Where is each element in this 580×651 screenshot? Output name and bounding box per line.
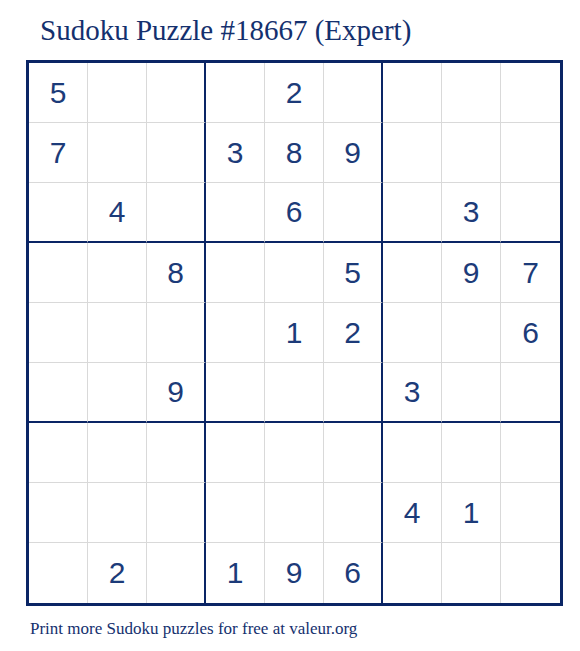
cell-r8c3[interactable] (147, 483, 206, 543)
cell-r4c7[interactable] (383, 243, 442, 303)
cell-r9c4[interactable]: 1 (206, 543, 265, 603)
cell-r5c5[interactable]: 1 (265, 303, 324, 363)
cell-r8c7[interactable]: 4 (383, 483, 442, 543)
cell-r4c5[interactable] (265, 243, 324, 303)
cell-r3c6[interactable] (324, 183, 383, 243)
cell-r8c2[interactable] (88, 483, 147, 543)
cell-r6c6[interactable] (324, 363, 383, 423)
cell-r8c6[interactable] (324, 483, 383, 543)
cell-r1c9[interactable] (501, 63, 560, 123)
cell-r5c7[interactable] (383, 303, 442, 363)
cell-r7c6[interactable] (324, 423, 383, 483)
cell-r3c3[interactable] (147, 183, 206, 243)
cell-r9c7[interactable] (383, 543, 442, 603)
footer-text: Print more Sudoku puzzles for free at va… (30, 619, 580, 639)
cell-r7c1[interactable] (29, 423, 88, 483)
cell-r2c3[interactable] (147, 123, 206, 183)
cell-r5c3[interactable] (147, 303, 206, 363)
cell-r3c2[interactable]: 4 (88, 183, 147, 243)
cell-r2c5[interactable]: 8 (265, 123, 324, 183)
cell-r1c8[interactable] (442, 63, 501, 123)
cell-r6c3[interactable]: 9 (147, 363, 206, 423)
cell-r7c8[interactable] (442, 423, 501, 483)
cell-r3c1[interactable] (29, 183, 88, 243)
cell-r4c8[interactable]: 9 (442, 243, 501, 303)
cell-r5c8[interactable] (442, 303, 501, 363)
cell-r4c9[interactable]: 7 (501, 243, 560, 303)
cell-r6c4[interactable] (206, 363, 265, 423)
cell-r2c8[interactable] (442, 123, 501, 183)
cell-r7c7[interactable] (383, 423, 442, 483)
cell-r9c6[interactable]: 6 (324, 543, 383, 603)
sudoku-board: 527389463859712693412196 (26, 60, 563, 606)
cell-r8c4[interactable] (206, 483, 265, 543)
cell-r9c1[interactable] (29, 543, 88, 603)
cell-r1c1[interactable]: 5 (29, 63, 88, 123)
cell-r8c8[interactable]: 1 (442, 483, 501, 543)
cell-r2c9[interactable] (501, 123, 560, 183)
cell-r1c5[interactable]: 2 (265, 63, 324, 123)
cell-r7c5[interactable] (265, 423, 324, 483)
cell-r6c5[interactable] (265, 363, 324, 423)
cell-r5c2[interactable] (88, 303, 147, 363)
cell-r9c3[interactable] (147, 543, 206, 603)
cell-r2c1[interactable]: 7 (29, 123, 88, 183)
cell-r7c3[interactable] (147, 423, 206, 483)
cell-r9c5[interactable]: 9 (265, 543, 324, 603)
cell-r5c4[interactable] (206, 303, 265, 363)
page-title: Sudoku Puzzle #18667 (Expert) (40, 14, 580, 47)
cell-r3c7[interactable] (383, 183, 442, 243)
cell-r3c9[interactable] (501, 183, 560, 243)
cell-r8c1[interactable] (29, 483, 88, 543)
cell-r3c5[interactable]: 6 (265, 183, 324, 243)
cell-r1c4[interactable] (206, 63, 265, 123)
cell-r6c9[interactable] (501, 363, 560, 423)
cell-r1c2[interactable] (88, 63, 147, 123)
cell-r9c8[interactable] (442, 543, 501, 603)
cell-r6c2[interactable] (88, 363, 147, 423)
cell-r7c4[interactable] (206, 423, 265, 483)
cell-r8c9[interactable] (501, 483, 560, 543)
cell-r4c4[interactable] (206, 243, 265, 303)
cell-r3c4[interactable] (206, 183, 265, 243)
cell-r9c2[interactable]: 2 (88, 543, 147, 603)
cell-r9c9[interactable] (501, 543, 560, 603)
cell-r6c1[interactable] (29, 363, 88, 423)
cell-r2c7[interactable] (383, 123, 442, 183)
cell-r1c3[interactable] (147, 63, 206, 123)
cell-r1c7[interactable] (383, 63, 442, 123)
cell-r1c6[interactable] (324, 63, 383, 123)
cell-r2c2[interactable] (88, 123, 147, 183)
cell-r4c6[interactable]: 5 (324, 243, 383, 303)
cell-r2c6[interactable]: 9 (324, 123, 383, 183)
cell-r6c7[interactable]: 3 (383, 363, 442, 423)
cell-r5c9[interactable]: 6 (501, 303, 560, 363)
cell-r4c2[interactable] (88, 243, 147, 303)
cell-r4c3[interactable]: 8 (147, 243, 206, 303)
cell-r7c9[interactable] (501, 423, 560, 483)
cell-r5c1[interactable] (29, 303, 88, 363)
cell-r4c1[interactable] (29, 243, 88, 303)
cell-r8c5[interactable] (265, 483, 324, 543)
cell-r3c8[interactable]: 3 (442, 183, 501, 243)
cell-r6c8[interactable] (442, 363, 501, 423)
cell-r5c6[interactable]: 2 (324, 303, 383, 363)
cell-r7c2[interactable] (88, 423, 147, 483)
cell-r2c4[interactable]: 3 (206, 123, 265, 183)
